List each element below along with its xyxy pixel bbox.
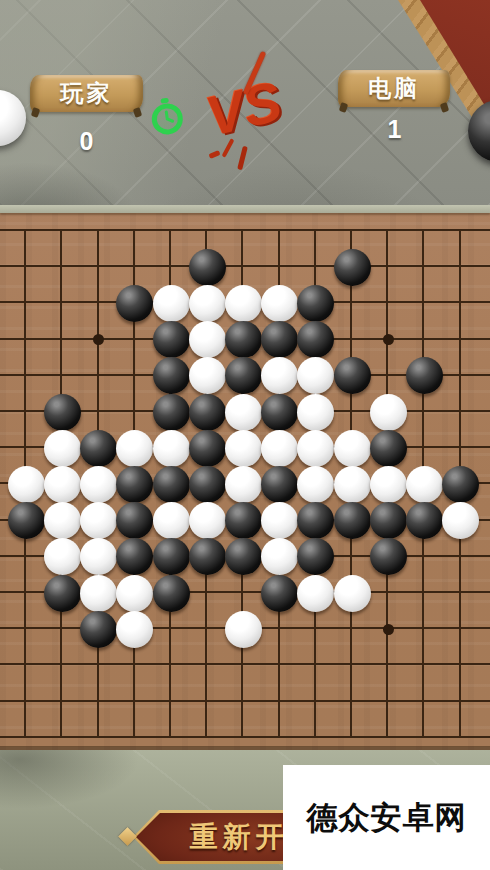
black-stone[interactable] [189,394,226,431]
watermark: 德众安卓网 [283,765,490,870]
white-stone[interactable] [153,430,190,467]
white-stone[interactable] [297,575,334,612]
black-stone[interactable] [225,538,262,575]
black-stone[interactable] [261,321,298,358]
white-stone[interactable] [297,394,334,431]
black-stone[interactable] [153,538,190,575]
white-stone[interactable] [44,466,81,503]
white-stone[interactable] [189,285,226,322]
white-stone[interactable] [225,285,262,322]
computer-banner: 电脑 [338,70,450,107]
white-stone[interactable] [334,466,371,503]
white-stone[interactable] [80,575,117,612]
white-stone[interactable] [297,430,334,467]
black-stone[interactable] [334,249,371,286]
white-stone[interactable] [406,466,443,503]
gomoku-board[interactable] [0,205,490,750]
white-stone[interactable] [44,430,81,467]
black-stone[interactable] [189,538,226,575]
white-stone[interactable] [116,575,153,612]
player-score: 0 [30,127,143,156]
computer-score: 1 [338,115,451,144]
black-stone[interactable] [153,394,190,431]
white-stone[interactable] [8,466,45,503]
black-stone[interactable] [80,430,117,467]
black-stone[interactable] [116,466,153,503]
white-stone[interactable] [44,502,81,539]
alarm-clock-icon [143,93,190,140]
decor-white-stone [0,90,26,146]
white-stone[interactable] [225,466,262,503]
black-stone[interactable] [225,502,262,539]
black-stone[interactable] [80,611,117,648]
player-label: 玩家 [61,78,113,109]
white-stone[interactable] [189,502,226,539]
black-stone[interactable] [334,502,371,539]
black-stone[interactable] [189,430,226,467]
player-banner: 玩家 [30,75,143,112]
black-stone[interactable] [153,466,190,503]
white-stone[interactable] [153,285,190,322]
black-stone[interactable] [153,357,190,394]
header-area: 玩家 0 VS 电脑 1 [0,0,490,205]
black-stone[interactable] [297,285,334,322]
board-top-edge [0,205,490,213]
black-stone[interactable] [225,321,262,358]
white-stone[interactable] [334,575,371,612]
white-stone[interactable] [189,321,226,358]
white-stone[interactable] [153,502,190,539]
black-stone[interactable] [225,357,262,394]
game-screen: 玩家 0 VS 电脑 1 重新开始 [0,0,490,870]
white-stone[interactable] [334,430,371,467]
black-stone[interactable] [153,321,190,358]
white-stone[interactable] [116,611,153,648]
white-stone[interactable] [261,502,298,539]
black-stone[interactable] [189,466,226,503]
star-point [383,624,394,635]
white-stone[interactable] [370,394,407,431]
white-stone[interactable] [80,466,117,503]
black-stone[interactable] [334,357,371,394]
black-stone[interactable] [261,575,298,612]
black-stone[interactable] [442,466,479,503]
black-stone[interactable] [261,394,298,431]
black-stone[interactable] [8,502,45,539]
black-stone[interactable] [406,502,443,539]
computer-label: 电脑 [368,73,420,104]
white-stone[interactable] [370,466,407,503]
white-stone[interactable] [297,466,334,503]
white-stone[interactable] [225,611,262,648]
white-stone[interactable] [225,430,262,467]
white-stone[interactable] [261,285,298,322]
footer-area: 重新开始 德众安卓网 [0,750,490,870]
black-stone[interactable] [370,538,407,575]
white-stone[interactable] [189,357,226,394]
black-stone[interactable] [44,575,81,612]
black-stone[interactable] [406,357,443,394]
watermark-label: 德众安卓网 [307,797,467,839]
black-stone[interactable] [189,249,226,286]
white-stone[interactable] [442,502,479,539]
white-stone[interactable] [225,394,262,431]
black-stone[interactable] [153,575,190,612]
black-stone[interactable] [116,285,153,322]
star-point [383,334,394,345]
white-stone[interactable] [116,430,153,467]
white-stone[interactable] [261,430,298,467]
black-stone[interactable] [261,466,298,503]
black-stone[interactable] [370,502,407,539]
black-stone[interactable] [44,394,81,431]
restart-diamond-icon [118,827,136,845]
white-stone[interactable] [44,538,81,575]
white-stone[interactable] [80,502,117,539]
black-stone[interactable] [370,430,407,467]
